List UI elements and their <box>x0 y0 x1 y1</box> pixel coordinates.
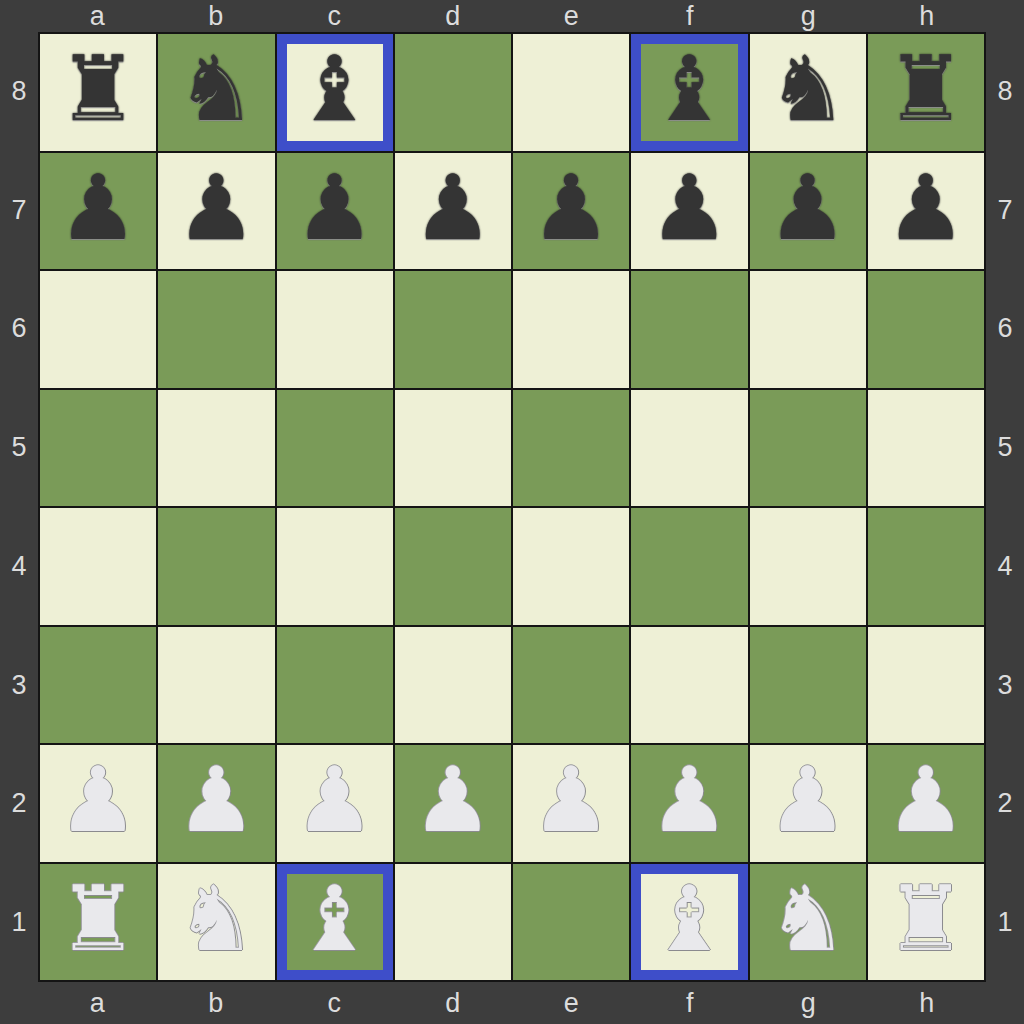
square-g6[interactable] <box>750 271 866 388</box>
file-label-f: f <box>631 0 750 32</box>
file-label-g: g <box>749 982 868 1024</box>
black-rook-piece[interactable]: ♜ <box>58 44 139 134</box>
square-b2[interactable]: ♟ <box>158 745 274 862</box>
square-h1[interactable]: ♜ <box>868 864 984 981</box>
white-pawn-piece[interactable]: ♟ <box>531 755 612 845</box>
file-label-h: h <box>868 0 987 32</box>
file-label-b: b <box>157 982 276 1024</box>
square-g3[interactable] <box>750 627 866 744</box>
file-label-g: g <box>749 0 868 32</box>
square-b4[interactable] <box>158 508 274 625</box>
file-label-d: d <box>394 982 513 1024</box>
file-label-b: b <box>157 0 276 32</box>
square-b8[interactable]: ♞ <box>158 34 274 151</box>
file-label-f: f <box>631 982 750 1024</box>
square-e4[interactable] <box>513 508 629 625</box>
square-g1[interactable]: ♞ <box>750 864 866 981</box>
square-c6[interactable] <box>277 271 393 388</box>
black-knight-piece[interactable]: ♞ <box>176 44 257 134</box>
square-g5[interactable] <box>750 390 866 507</box>
square-f3[interactable] <box>631 627 747 744</box>
white-pawn-piece[interactable]: ♟ <box>649 755 730 845</box>
square-f6[interactable] <box>631 271 747 388</box>
black-bishop-piece[interactable]: ♝ <box>294 44 375 134</box>
rank-label-3: 3 <box>986 626 1024 745</box>
square-g8[interactable]: ♞ <box>750 34 866 151</box>
white-rook-piece[interactable]: ♜ <box>886 874 967 964</box>
square-d6[interactable] <box>395 271 511 388</box>
chess-app-frame: abcdefgh 87654321 ♜♞♝♝♞♜♟♟♟♟♟♟♟♟♟♟♟♟♟♟♟♟… <box>0 0 1024 1024</box>
square-f8[interactable]: ♝ <box>631 34 747 151</box>
file-label-h: h <box>868 982 987 1024</box>
square-a5[interactable] <box>40 390 156 507</box>
white-pawn-piece[interactable]: ♟ <box>176 755 257 845</box>
black-pawn-piece[interactable]: ♟ <box>767 163 848 253</box>
square-c8[interactable]: ♝ <box>277 34 393 151</box>
white-pawn-piece[interactable]: ♟ <box>886 755 967 845</box>
square-h4[interactable] <box>868 508 984 625</box>
square-d2[interactable]: ♟ <box>395 745 511 862</box>
square-c1[interactable]: ♝ <box>277 864 393 981</box>
black-bishop-piece[interactable]: ♝ <box>649 44 730 134</box>
white-bishop-piece[interactable]: ♝ <box>294 874 375 964</box>
rank-label-2: 2 <box>986 745 1024 864</box>
square-d7[interactable]: ♟ <box>395 153 511 270</box>
black-knight-piece[interactable]: ♞ <box>767 44 848 134</box>
file-label-d: d <box>394 0 513 32</box>
square-a2[interactable]: ♟ <box>40 745 156 862</box>
square-h3[interactable] <box>868 627 984 744</box>
square-c2[interactable]: ♟ <box>277 745 393 862</box>
file-label-e: e <box>512 982 631 1024</box>
rank-labels-left: 87654321 <box>0 32 38 982</box>
square-b5[interactable] <box>158 390 274 507</box>
square-h7[interactable]: ♟ <box>868 153 984 270</box>
black-pawn-piece[interactable]: ♟ <box>413 163 494 253</box>
file-labels-bottom: abcdefgh <box>38 982 986 1024</box>
square-f2[interactable]: ♟ <box>631 745 747 862</box>
white-pawn-piece[interactable]: ♟ <box>294 755 375 845</box>
rank-label-7: 7 <box>0 151 38 270</box>
square-h8[interactable]: ♜ <box>868 34 984 151</box>
rank-label-7: 7 <box>986 151 1024 270</box>
square-a4[interactable] <box>40 508 156 625</box>
white-pawn-piece[interactable]: ♟ <box>413 755 494 845</box>
square-a8[interactable]: ♜ <box>40 34 156 151</box>
file-label-c: c <box>275 982 394 1024</box>
white-rook-piece[interactable]: ♜ <box>58 874 139 964</box>
rank-label-5: 5 <box>0 388 38 507</box>
file-label-a: a <box>38 982 157 1024</box>
square-b6[interactable] <box>158 271 274 388</box>
square-c4[interactable] <box>277 508 393 625</box>
square-a7[interactable]: ♟ <box>40 153 156 270</box>
black-pawn-piece[interactable]: ♟ <box>886 163 967 253</box>
square-b1[interactable]: ♞ <box>158 864 274 981</box>
square-a1[interactable]: ♜ <box>40 864 156 981</box>
square-g4[interactable] <box>750 508 866 625</box>
square-h5[interactable] <box>868 390 984 507</box>
square-d1[interactable] <box>395 864 511 981</box>
square-c7[interactable]: ♟ <box>277 153 393 270</box>
file-label-e: e <box>512 0 631 32</box>
square-f7[interactable]: ♟ <box>631 153 747 270</box>
square-f5[interactable] <box>631 390 747 507</box>
square-b3[interactable] <box>158 627 274 744</box>
rank-label-1: 1 <box>986 863 1024 982</box>
file-label-c: c <box>275 0 394 32</box>
black-rook-piece[interactable]: ♜ <box>886 44 967 134</box>
rank-label-1: 1 <box>0 863 38 982</box>
rank-label-3: 3 <box>0 626 38 745</box>
square-e5[interactable] <box>513 390 629 507</box>
square-g2[interactable]: ♟ <box>750 745 866 862</box>
file-label-a: a <box>38 0 157 32</box>
square-e7[interactable]: ♟ <box>513 153 629 270</box>
white-pawn-piece[interactable]: ♟ <box>58 755 139 845</box>
black-pawn-piece[interactable]: ♟ <box>531 163 612 253</box>
square-h6[interactable] <box>868 271 984 388</box>
square-a6[interactable] <box>40 271 156 388</box>
rank-labels-right: 87654321 <box>986 32 1024 982</box>
square-g7[interactable]: ♟ <box>750 153 866 270</box>
square-e8[interactable] <box>513 34 629 151</box>
white-pawn-piece[interactable]: ♟ <box>767 755 848 845</box>
black-pawn-piece[interactable]: ♟ <box>649 163 730 253</box>
rank-label-5: 5 <box>986 388 1024 507</box>
square-f1[interactable]: ♝ <box>631 864 747 981</box>
square-d4[interactable] <box>395 508 511 625</box>
file-labels-top: abcdefgh <box>38 0 986 32</box>
square-d8[interactable] <box>395 34 511 151</box>
white-knight-piece[interactable]: ♞ <box>176 874 257 964</box>
rank-label-6: 6 <box>0 270 38 389</box>
black-pawn-piece[interactable]: ♟ <box>294 163 375 253</box>
square-e2[interactable]: ♟ <box>513 745 629 862</box>
square-a3[interactable] <box>40 627 156 744</box>
square-e6[interactable] <box>513 271 629 388</box>
black-pawn-piece[interactable]: ♟ <box>176 163 257 253</box>
rank-label-8: 8 <box>986 32 1024 151</box>
rank-label-4: 4 <box>0 507 38 626</box>
black-pawn-piece[interactable]: ♟ <box>58 163 139 253</box>
square-c3[interactable] <box>277 627 393 744</box>
square-d3[interactable] <box>395 627 511 744</box>
square-e3[interactable] <box>513 627 629 744</box>
white-knight-piece[interactable]: ♞ <box>767 874 848 964</box>
square-b7[interactable]: ♟ <box>158 153 274 270</box>
square-e1[interactable] <box>513 864 629 981</box>
chess-board: ♜♞♝♝♞♜♟♟♟♟♟♟♟♟♟♟♟♟♟♟♟♟♜♞♝♝♞♜ <box>38 32 986 982</box>
rank-label-6: 6 <box>986 270 1024 389</box>
white-bishop-piece[interactable]: ♝ <box>649 874 730 964</box>
square-f4[interactable] <box>631 508 747 625</box>
square-h2[interactable]: ♟ <box>868 745 984 862</box>
rank-label-4: 4 <box>986 507 1024 626</box>
square-d5[interactable] <box>395 390 511 507</box>
rank-label-8: 8 <box>0 32 38 151</box>
square-c5[interactable] <box>277 390 393 507</box>
rank-label-2: 2 <box>0 745 38 864</box>
